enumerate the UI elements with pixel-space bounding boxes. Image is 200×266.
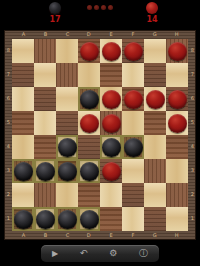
- rank-label-1: 1: [4, 207, 12, 231]
- red-man-f6[interactable]: [124, 90, 143, 109]
- rank-label-4: 4: [188, 135, 196, 159]
- file-label-e: E: [100, 231, 122, 240]
- red-piece-icon: [146, 2, 158, 14]
- file-label-g: G: [144, 231, 166, 240]
- rank-label-6: 6: [4, 87, 12, 111]
- square-f1[interactable]: [122, 207, 144, 231]
- undo-button[interactable]: ↶: [80, 245, 88, 262]
- rank-label-2: 2: [4, 183, 12, 207]
- square-c2[interactable]: [56, 183, 78, 207]
- rank-label-4: 4: [4, 135, 12, 159]
- captured-dot: [94, 5, 99, 10]
- black-man-c4[interactable]: [58, 138, 77, 157]
- black-man-a1[interactable]: [14, 210, 33, 229]
- app-screen: 17 14 ABCDEFGH8877665544332211ABCDEFGH ▶…: [0, 0, 200, 266]
- square-a8[interactable]: [12, 39, 34, 63]
- black-man-c1[interactable]: [58, 210, 77, 229]
- square-f7[interactable]: [122, 63, 144, 87]
- square-f8[interactable]: [122, 39, 144, 63]
- square-g6[interactable]: [144, 87, 166, 111]
- square-g7[interactable]: [144, 63, 166, 87]
- square-f4[interactable]: [122, 135, 144, 159]
- black-man-b3[interactable]: [36, 162, 55, 181]
- captured-dot: [101, 5, 106, 10]
- file-label-f: F: [122, 231, 144, 240]
- square-a3[interactable]: [12, 159, 34, 183]
- player-red-panel: 14: [139, 2, 165, 24]
- square-a6[interactable]: [12, 87, 34, 111]
- square-d1[interactable]: [78, 207, 100, 231]
- red-man-d8[interactable]: [80, 42, 99, 61]
- settings-button[interactable]: ⚙: [109, 245, 117, 262]
- frame-corner: [188, 231, 196, 240]
- rank-label-5: 5: [4, 111, 12, 135]
- file-label-h: H: [166, 30, 188, 39]
- rank-label-8: 8: [4, 39, 12, 63]
- square-e6[interactable]: [100, 87, 122, 111]
- square-a4[interactable]: [12, 135, 34, 159]
- play-button[interactable]: ▶: [52, 245, 58, 262]
- score-bar: 17 14: [0, 0, 200, 30]
- red-man-d5[interactable]: [80, 114, 99, 133]
- red-man-h5[interactable]: [168, 114, 187, 133]
- rank-label-3: 3: [188, 159, 196, 183]
- square-b4[interactable]: [34, 135, 56, 159]
- rank-label-6: 6: [188, 87, 196, 111]
- toolbar: ▶ ↶ ⚙ ⓘ: [41, 245, 159, 262]
- file-label-f: F: [122, 30, 144, 39]
- square-e3[interactable]: [100, 159, 122, 183]
- info-button[interactable]: ⓘ: [139, 245, 148, 262]
- square-b2[interactable]: [34, 183, 56, 207]
- square-g8[interactable]: [144, 39, 166, 63]
- square-b5[interactable]: [34, 111, 56, 135]
- square-c6[interactable]: [56, 87, 78, 111]
- red-man-e8[interactable]: [102, 42, 121, 61]
- file-label-a: A: [12, 231, 34, 240]
- rank-label-7: 7: [4, 63, 12, 87]
- square-h5[interactable]: [166, 111, 188, 135]
- square-d4[interactable]: [78, 135, 100, 159]
- captured-dot: [108, 5, 113, 10]
- square-h3[interactable]: [166, 159, 188, 183]
- square-g2[interactable]: [144, 183, 166, 207]
- square-h1[interactable]: [166, 207, 188, 231]
- rank-label-1: 1: [188, 207, 196, 231]
- checkers-board: ABCDEFGH8877665544332211ABCDEFGH: [4, 30, 196, 240]
- square-a1[interactable]: [12, 207, 34, 231]
- file-label-d: D: [78, 30, 100, 39]
- red-man-e6[interactable]: [102, 90, 121, 109]
- square-c1[interactable]: [56, 207, 78, 231]
- file-label-c: C: [56, 30, 78, 39]
- black-count: 17: [42, 15, 68, 24]
- black-man-d1[interactable]: [80, 210, 99, 229]
- square-f2[interactable]: [122, 183, 144, 207]
- square-h8[interactable]: [166, 39, 188, 63]
- captured-dot: [87, 5, 92, 10]
- red-man-g6[interactable]: [146, 90, 165, 109]
- rank-label-5: 5: [188, 111, 196, 135]
- square-h6[interactable]: [166, 87, 188, 111]
- square-c7[interactable]: [56, 63, 78, 87]
- square-d3[interactable]: [78, 159, 100, 183]
- red-man-e3[interactable]: [102, 162, 121, 181]
- rank-label-3: 3: [4, 159, 12, 183]
- square-a2[interactable]: [12, 183, 34, 207]
- square-b3[interactable]: [34, 159, 56, 183]
- square-d2[interactable]: [78, 183, 100, 207]
- file-label-a: A: [12, 30, 34, 39]
- square-c8[interactable]: [56, 39, 78, 63]
- square-f3[interactable]: [122, 159, 144, 183]
- square-d5[interactable]: [78, 111, 100, 135]
- file-label-e: E: [100, 30, 122, 39]
- file-label-h: H: [166, 231, 188, 240]
- black-man-e4[interactable]: [102, 138, 121, 157]
- red-man-e5[interactable]: [102, 114, 121, 133]
- file-label-g: G: [144, 30, 166, 39]
- black-man-a3[interactable]: [14, 162, 33, 181]
- square-h7[interactable]: [166, 63, 188, 87]
- square-b7[interactable]: [34, 63, 56, 87]
- frame-corner: [188, 30, 196, 39]
- square-e2[interactable]: [100, 183, 122, 207]
- black-man-d6[interactable]: [80, 90, 99, 109]
- square-d7[interactable]: [78, 63, 100, 87]
- square-h2[interactable]: [166, 183, 188, 207]
- square-g1[interactable]: [144, 207, 166, 231]
- file-label-b: B: [34, 231, 56, 240]
- square-e4[interactable]: [100, 135, 122, 159]
- black-man-d3[interactable]: [80, 162, 99, 181]
- square-d6[interactable]: [78, 87, 100, 111]
- black-man-f4[interactable]: [124, 138, 143, 157]
- square-g4[interactable]: [144, 135, 166, 159]
- square-e7[interactable]: [100, 63, 122, 87]
- rank-label-2: 2: [188, 183, 196, 207]
- file-label-b: B: [34, 30, 56, 39]
- black-man-b1[interactable]: [36, 210, 55, 229]
- red-man-f8[interactable]: [124, 42, 143, 61]
- square-b1[interactable]: [34, 207, 56, 231]
- captured-pieces-indicator: [0, 5, 200, 10]
- frame-corner: [4, 30, 12, 39]
- black-man-c3[interactable]: [58, 162, 77, 181]
- square-f5[interactable]: [122, 111, 144, 135]
- square-c4[interactable]: [56, 135, 78, 159]
- square-g5[interactable]: [144, 111, 166, 135]
- red-man-h8[interactable]: [168, 42, 187, 61]
- red-man-h6[interactable]: [168, 90, 187, 109]
- square-c5[interactable]: [56, 111, 78, 135]
- square-c3[interactable]: [56, 159, 78, 183]
- file-label-d: D: [78, 231, 100, 240]
- square-f6[interactable]: [122, 87, 144, 111]
- square-a7[interactable]: [12, 63, 34, 87]
- square-e5[interactable]: [100, 111, 122, 135]
- square-e1[interactable]: [100, 207, 122, 231]
- rank-label-8: 8: [188, 39, 196, 63]
- square-b6[interactable]: [34, 87, 56, 111]
- square-b8[interactable]: [34, 39, 56, 63]
- rank-label-7: 7: [188, 63, 196, 87]
- square-a5[interactable]: [12, 111, 34, 135]
- square-g3[interactable]: [144, 159, 166, 183]
- square-d8[interactable]: [78, 39, 100, 63]
- square-h4[interactable]: [166, 135, 188, 159]
- square-e8[interactable]: [100, 39, 122, 63]
- frame-corner: [4, 231, 12, 240]
- file-label-c: C: [56, 231, 78, 240]
- red-count: 14: [139, 15, 165, 24]
